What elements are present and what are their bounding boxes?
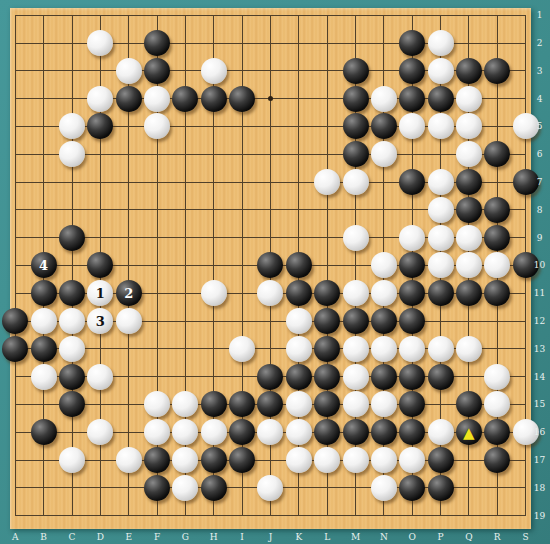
stone-E11[interactable]: 2: [116, 280, 142, 306]
stone-D2[interactable]: [87, 30, 113, 56]
stone-O5[interactable]: [399, 113, 425, 139]
stone-M16[interactable]: [343, 419, 369, 445]
row-label-19: 19: [531, 510, 548, 522]
stone-F5[interactable]: [144, 113, 170, 139]
stone-O16[interactable]: [399, 419, 425, 445]
stone-O10[interactable]: [399, 252, 425, 278]
stone-P7[interactable]: [428, 169, 454, 195]
stone-L15[interactable]: [314, 391, 340, 417]
stone-D11[interactable]: 1: [87, 280, 113, 306]
stone-N15[interactable]: [371, 391, 397, 417]
column-label-L: L: [319, 530, 335, 544]
stone-L14[interactable]: [314, 364, 340, 390]
stone-J10[interactable]: [257, 252, 283, 278]
stone-L17[interactable]: [314, 447, 340, 473]
stone-F16[interactable]: [144, 419, 170, 445]
stone-P11[interactable]: [428, 280, 454, 306]
row-label-8: 8: [531, 204, 548, 216]
stone-Q8[interactable]: [456, 197, 482, 223]
column-label-C: C: [64, 530, 80, 544]
stone-G16[interactable]: [172, 419, 198, 445]
stone-D14[interactable]: [87, 364, 113, 390]
stone-H3[interactable]: [201, 58, 227, 84]
row-label-18: 18: [531, 482, 548, 494]
row-label-15: 15: [531, 398, 548, 410]
column-label-Q: Q: [461, 530, 477, 544]
column-label-K: K: [291, 530, 307, 544]
stone-D4[interactable]: [87, 86, 113, 112]
stone-C13[interactable]: [59, 336, 85, 362]
column-label-G: G: [177, 530, 193, 544]
stone-K17[interactable]: [286, 447, 312, 473]
stone-K16[interactable]: [286, 419, 312, 445]
stone-N6[interactable]: [371, 141, 397, 167]
stone-K11[interactable]: [286, 280, 312, 306]
stone-D5[interactable]: [87, 113, 113, 139]
stone-O11[interactable]: [399, 280, 425, 306]
stone-I13[interactable]: [229, 336, 255, 362]
grid-line: [15, 515, 526, 516]
column-label-D: D: [92, 530, 108, 544]
stone-M13[interactable]: [343, 336, 369, 362]
stone-C9[interactable]: [59, 225, 85, 251]
stone-Q10[interactable]: [456, 252, 482, 278]
stone-B13[interactable]: [31, 336, 57, 362]
stone-P17[interactable]: [428, 447, 454, 473]
row-label-17: 17: [531, 454, 548, 466]
column-label-E: E: [121, 530, 137, 544]
stone-P4[interactable]: [428, 86, 454, 112]
column-label-S: S: [518, 530, 534, 544]
stone-P8[interactable]: [428, 197, 454, 223]
stone-N13[interactable]: [371, 336, 397, 362]
column-label-N: N: [376, 530, 392, 544]
column-label-I: I: [234, 530, 250, 544]
stone-M5[interactable]: [343, 113, 369, 139]
stone-I16[interactable]: [229, 419, 255, 445]
stone-R11[interactable]: [484, 280, 510, 306]
stone-I15[interactable]: [229, 391, 255, 417]
stone-D16[interactable]: [87, 419, 113, 445]
stone-O12[interactable]: [399, 308, 425, 334]
column-label-P: P: [433, 530, 449, 544]
stone-H17[interactable]: [201, 447, 227, 473]
stone-I17[interactable]: [229, 447, 255, 473]
stone-L7[interactable]: [314, 169, 340, 195]
go-app-window: 4123▲ ABCDEFGHIJKLMNOPQRS 12345678910111…: [0, 0, 550, 544]
stone-L13[interactable]: [314, 336, 340, 362]
stone-N11[interactable]: [371, 280, 397, 306]
row-label-6: 6: [531, 148, 548, 160]
stone-E17[interactable]: [116, 447, 142, 473]
stone-K13[interactable]: [286, 336, 312, 362]
row-label-11: 11: [531, 287, 548, 299]
stone-N5[interactable]: [371, 113, 397, 139]
stone-D12[interactable]: 3: [87, 308, 113, 334]
triangle-marker-icon: ▲: [463, 426, 475, 441]
stone-O13[interactable]: [399, 336, 425, 362]
stone-G15[interactable]: [172, 391, 198, 417]
stone-G4[interactable]: [172, 86, 198, 112]
stone-R3[interactable]: [484, 58, 510, 84]
stone-M17[interactable]: [343, 447, 369, 473]
stone-M3[interactable]: [343, 58, 369, 84]
stone-Q3[interactable]: [456, 58, 482, 84]
stone-O3[interactable]: [399, 58, 425, 84]
stone-J16[interactable]: [257, 419, 283, 445]
stone-C12[interactable]: [59, 308, 85, 334]
row-label-12: 12: [531, 315, 548, 327]
stone-E3[interactable]: [116, 58, 142, 84]
stone-K15[interactable]: [286, 391, 312, 417]
stone-M9[interactable]: [343, 225, 369, 251]
stone-B12[interactable]: [31, 308, 57, 334]
column-label-M: M: [348, 530, 364, 544]
row-label-3: 3: [531, 65, 548, 77]
stone-F17[interactable]: [144, 447, 170, 473]
stone-R10[interactable]: [484, 252, 510, 278]
stone-O14[interactable]: [399, 364, 425, 390]
stone-P3[interactable]: [428, 58, 454, 84]
stone-M15[interactable]: [343, 391, 369, 417]
stone-F4[interactable]: [144, 86, 170, 112]
stone-P14[interactable]: [428, 364, 454, 390]
stone-M14[interactable]: [343, 364, 369, 390]
stone-A13[interactable]: [2, 336, 28, 362]
stone-H15[interactable]: [201, 391, 227, 417]
stone-Q7[interactable]: [456, 169, 482, 195]
move-number-3: 3: [96, 315, 105, 328]
column-label-A: A: [7, 530, 23, 544]
stone-C6[interactable]: [59, 141, 85, 167]
stone-P2[interactable]: [428, 30, 454, 56]
stone-Q15[interactable]: [456, 391, 482, 417]
stone-A12[interactable]: [2, 308, 28, 334]
stone-R8[interactable]: [484, 197, 510, 223]
stone-P5[interactable]: [428, 113, 454, 139]
row-label-1: 1: [531, 9, 548, 21]
stone-E12[interactable]: [116, 308, 142, 334]
stone-H11[interactable]: [201, 280, 227, 306]
stone-C5[interactable]: [59, 113, 85, 139]
stone-N10[interactable]: [371, 252, 397, 278]
stone-J15[interactable]: [257, 391, 283, 417]
stone-H16[interactable]: [201, 419, 227, 445]
move-number-4: 4: [39, 259, 48, 272]
stone-R17[interactable]: [484, 447, 510, 473]
stone-Q9[interactable]: [456, 225, 482, 251]
column-label-O: O: [404, 530, 420, 544]
row-label-7: 7: [531, 176, 548, 188]
stone-K14[interactable]: [286, 364, 312, 390]
stone-J11[interactable]: [257, 280, 283, 306]
stone-Q6[interactable]: [456, 141, 482, 167]
go-board[interactable]: 4123▲: [10, 8, 531, 529]
stone-F15[interactable]: [144, 391, 170, 417]
stone-D10[interactable]: [87, 252, 113, 278]
stone-N18[interactable]: [371, 475, 397, 501]
stone-I4[interactable]: [229, 86, 255, 112]
stone-R16[interactable]: [484, 419, 510, 445]
stone-K10[interactable]: [286, 252, 312, 278]
row-label-9: 9: [531, 232, 548, 244]
stone-C11[interactable]: [59, 280, 85, 306]
stone-L12[interactable]: [314, 308, 340, 334]
stone-B11[interactable]: [31, 280, 57, 306]
stone-H18[interactable]: [201, 475, 227, 501]
stone-F18[interactable]: [144, 475, 170, 501]
stone-G17[interactable]: [172, 447, 198, 473]
stone-G18[interactable]: [172, 475, 198, 501]
stone-N16[interactable]: [371, 419, 397, 445]
column-label-R: R: [489, 530, 505, 544]
stone-N12[interactable]: [371, 308, 397, 334]
stone-L16[interactable]: [314, 419, 340, 445]
stone-M4[interactable]: [343, 86, 369, 112]
stone-M7[interactable]: [343, 169, 369, 195]
stone-R14[interactable]: [484, 364, 510, 390]
stone-O15[interactable]: [399, 391, 425, 417]
stone-M12[interactable]: [343, 308, 369, 334]
stone-P9[interactable]: [428, 225, 454, 251]
stone-B14[interactable]: [31, 364, 57, 390]
column-label-J: J: [262, 530, 278, 544]
stone-F3[interactable]: [144, 58, 170, 84]
row-label-14: 14: [531, 371, 548, 383]
stone-C15[interactable]: [59, 391, 85, 417]
stone-F2[interactable]: [144, 30, 170, 56]
stone-L11[interactable]: [314, 280, 340, 306]
stone-K12[interactable]: [286, 308, 312, 334]
stone-P10[interactable]: [428, 252, 454, 278]
stone-O9[interactable]: [399, 225, 425, 251]
stone-Q5[interactable]: [456, 113, 482, 139]
row-label-13: 13: [531, 343, 548, 355]
stone-O2[interactable]: [399, 30, 425, 56]
stone-O4[interactable]: [399, 86, 425, 112]
row-label-5: 5: [531, 120, 548, 132]
column-label-B: B: [36, 530, 52, 544]
stone-O17[interactable]: [399, 447, 425, 473]
stone-H4[interactable]: [201, 86, 227, 112]
stone-M6[interactable]: [343, 141, 369, 167]
stone-N14[interactable]: [371, 364, 397, 390]
row-label-10: 10: [531, 259, 548, 271]
stone-Q16[interactable]: ▲: [456, 419, 482, 445]
stone-M11[interactable]: [343, 280, 369, 306]
stone-C17[interactable]: [59, 447, 85, 473]
stone-O7[interactable]: [399, 169, 425, 195]
row-label-4: 4: [531, 93, 548, 105]
stone-C14[interactable]: [59, 364, 85, 390]
stone-Q13[interactable]: [456, 336, 482, 362]
column-label-H: H: [206, 530, 222, 544]
stone-P13[interactable]: [428, 336, 454, 362]
stone-P16[interactable]: [428, 419, 454, 445]
stone-B16[interactable]: [31, 419, 57, 445]
stone-R15[interactable]: [484, 391, 510, 417]
stone-Q11[interactable]: [456, 280, 482, 306]
stone-P18[interactable]: [428, 475, 454, 501]
star-point: [268, 96, 273, 101]
stone-R9[interactable]: [484, 225, 510, 251]
stone-J14[interactable]: [257, 364, 283, 390]
stone-E4[interactable]: [116, 86, 142, 112]
stone-O18[interactable]: [399, 475, 425, 501]
stone-B10[interactable]: 4: [31, 252, 57, 278]
stone-N17[interactable]: [371, 447, 397, 473]
row-label-16: 16: [531, 426, 548, 438]
move-number-2: 2: [124, 287, 133, 300]
move-number-1: 1: [96, 287, 105, 300]
column-label-F: F: [149, 530, 165, 544]
stone-J18[interactable]: [257, 475, 283, 501]
row-label-2: 2: [531, 37, 548, 49]
stone-Q4[interactable]: [456, 86, 482, 112]
stone-N4[interactable]: [371, 86, 397, 112]
stone-R6[interactable]: [484, 141, 510, 167]
